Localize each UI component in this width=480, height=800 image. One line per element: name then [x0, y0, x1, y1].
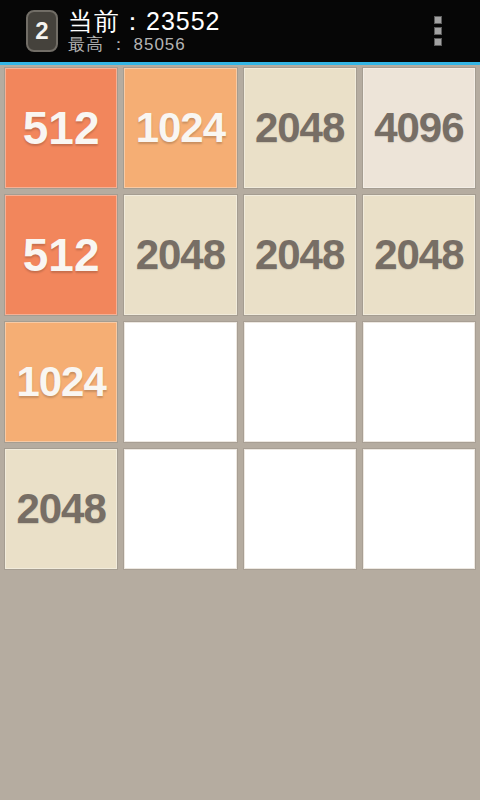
empty-cell [363, 322, 475, 442]
tile-value: 512 [23, 101, 100, 155]
tile-2048: 2048 [124, 195, 236, 315]
screen: 2 当前：23552 最高 ： 85056 512102420484096512… [0, 0, 480, 800]
menu-dot [434, 38, 442, 46]
menu-dot [434, 16, 442, 24]
tile-value: 2048 [255, 231, 344, 279]
current-score-label: 当前： [68, 7, 146, 35]
menu-dot [434, 27, 442, 35]
action-bar: 2 当前：23552 最高 ： 85056 [0, 0, 480, 62]
tile-1024: 1024 [5, 322, 117, 442]
empty-cell [363, 449, 475, 569]
tile-value: 2048 [16, 485, 105, 533]
empty-cell [124, 322, 236, 442]
empty-cell [124, 449, 236, 569]
app-2048-tile-icon: 2 [26, 10, 58, 52]
tile-2048: 2048 [5, 449, 117, 569]
tile-512: 512 [5, 68, 117, 188]
tile-value: 2048 [136, 231, 225, 279]
empty-cell [244, 449, 356, 569]
tile-2048: 2048 [363, 195, 475, 315]
tile-value: 512 [23, 228, 100, 282]
tile-2048: 2048 [244, 195, 356, 315]
tile-value: 1024 [16, 358, 105, 406]
tile-value: 1024 [136, 104, 225, 152]
best-score-line: 最高 ： 85056 [68, 35, 221, 55]
best-score-label: 最高 ： [68, 35, 128, 54]
tile-value: 2048 [255, 104, 344, 152]
current-score-line: 当前：23552 [68, 7, 221, 35]
board[interactable]: 51210242048409651220482048204810242048 [0, 65, 480, 569]
tile-512: 512 [5, 195, 117, 315]
overflow-menu-icon[interactable] [418, 0, 458, 62]
tile-value: 4096 [374, 104, 463, 152]
tile-4096: 4096 [363, 68, 475, 188]
best-score-value: 85056 [133, 35, 185, 54]
current-score-value: 23552 [146, 7, 221, 35]
tile-2048: 2048 [244, 68, 356, 188]
tile-1024: 1024 [124, 68, 236, 188]
empty-cell [244, 322, 356, 442]
tile-value: 2048 [374, 231, 463, 279]
score-panel: 当前：23552 最高 ： 85056 [68, 7, 221, 55]
